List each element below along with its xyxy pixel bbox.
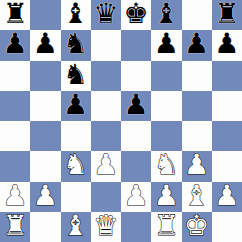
square-e2[interactable]: ♟ [121,182,151,212]
square-c1[interactable]: ♝ [61,212,91,242]
black-knight-c6[interactable]: ♞ [63,61,88,89]
square-d2[interactable] [91,182,121,212]
white-pawn-d3[interactable]: ♟ [93,151,118,179]
square-e4[interactable] [121,121,151,151]
square-h2[interactable]: ♟ [212,182,242,212]
square-b5[interactable] [30,91,60,121]
white-knight-c3[interactable]: ♞ [63,151,88,179]
square-a8[interactable]: ♜ [0,0,30,30]
square-c8[interactable]: ♝ [61,0,91,30]
square-g1[interactable]: ♚ [182,212,212,242]
white-bishop-c1[interactable]: ♝ [63,212,88,240]
square-b3[interactable] [30,151,60,181]
square-b8[interactable] [30,0,60,30]
square-a7[interactable]: ♟ [0,30,30,60]
white-knight-f3[interactable]: ♞ [154,151,179,179]
black-pawn-c5[interactable]: ♟ [63,91,88,119]
square-d4[interactable] [91,121,121,151]
black-queen-d8[interactable]: ♛ [93,0,118,28]
black-king-e8[interactable]: ♚ [124,0,149,28]
black-pawn-f7[interactable]: ♟ [154,30,179,58]
square-f7[interactable]: ♟ [151,30,181,60]
square-g4[interactable] [182,121,212,151]
square-f5[interactable] [151,91,181,121]
square-g5[interactable] [182,91,212,121]
square-a1[interactable]: ♜ [0,212,30,242]
white-queen-d1[interactable]: ♛ [93,212,118,240]
square-e8[interactable]: ♚ [121,0,151,30]
square-f1[interactable]: ♜ [151,212,181,242]
square-b6[interactable] [30,61,60,91]
square-f8[interactable]: ♝ [151,0,181,30]
square-g2[interactable]: ♝ [182,182,212,212]
square-f4[interactable] [151,121,181,151]
black-rook-a8[interactable]: ♜ [3,0,28,28]
white-pawn-g3[interactable]: ♟ [184,151,209,179]
square-b4[interactable] [30,121,60,151]
white-pawn-f2[interactable]: ♟ [154,182,179,210]
white-pawn-b2[interactable]: ♟ [33,182,58,210]
square-f2[interactable]: ♟ [151,182,181,212]
black-pawn-h7[interactable]: ♟ [214,30,239,58]
square-d5[interactable] [91,91,121,121]
black-pawn-b7[interactable]: ♟ [33,30,58,58]
square-a5[interactable] [0,91,30,121]
black-pawn-g7[interactable]: ♟ [184,30,209,58]
square-h1[interactable] [212,212,242,242]
square-h6[interactable] [212,61,242,91]
black-pawn-a7[interactable]: ♟ [3,30,28,58]
white-rook-a1[interactable]: ♜ [3,212,28,240]
square-e6[interactable] [121,61,151,91]
white-pawn-a2[interactable]: ♟ [3,182,28,210]
square-d7[interactable] [91,30,121,60]
chess-board: ♜♝♛♚♝♜♟♟♞♟♟♟♞♟♟♞♟♞♟♟♟♟♟♝♟♜♝♛♜♚ [0,0,242,242]
black-bishop-f8[interactable]: ♝ [154,0,179,28]
square-b7[interactable]: ♟ [30,30,60,60]
white-pawn-h2[interactable]: ♟ [214,182,239,210]
black-rook-h8[interactable]: ♜ [214,0,239,28]
white-rook-f1[interactable]: ♜ [154,212,179,240]
black-knight-c7[interactable]: ♞ [63,30,88,58]
square-h3[interactable] [212,151,242,181]
square-f6[interactable] [151,61,181,91]
square-h8[interactable]: ♜ [212,0,242,30]
square-a3[interactable] [0,151,30,181]
square-g3[interactable]: ♟ [182,151,212,181]
square-g8[interactable] [182,0,212,30]
square-d1[interactable]: ♛ [91,212,121,242]
square-c2[interactable] [61,182,91,212]
square-c4[interactable] [61,121,91,151]
white-bishop-g2[interactable]: ♝ [184,182,209,210]
square-a6[interactable] [0,61,30,91]
square-g7[interactable]: ♟ [182,30,212,60]
square-d3[interactable]: ♟ [91,151,121,181]
white-king-g1[interactable]: ♚ [184,212,209,240]
square-h7[interactable]: ♟ [212,30,242,60]
square-a4[interactable] [0,121,30,151]
black-bishop-c8[interactable]: ♝ [63,0,88,28]
square-c7[interactable]: ♞ [61,30,91,60]
white-pawn-e2[interactable]: ♟ [124,182,149,210]
square-d6[interactable] [91,61,121,91]
square-c6[interactable]: ♞ [61,61,91,91]
square-b2[interactable]: ♟ [30,182,60,212]
black-pawn-e5[interactable]: ♟ [124,91,149,119]
square-d8[interactable]: ♛ [91,0,121,30]
square-g6[interactable] [182,61,212,91]
square-b1[interactable] [30,212,60,242]
square-e3[interactable] [121,151,151,181]
square-f3[interactable]: ♞ [151,151,181,181]
square-h4[interactable] [212,121,242,151]
square-e5[interactable]: ♟ [121,91,151,121]
square-c3[interactable]: ♞ [61,151,91,181]
square-h5[interactable] [212,91,242,121]
square-c5[interactable]: ♟ [61,91,91,121]
square-e1[interactable] [121,212,151,242]
square-e7[interactable] [121,30,151,60]
square-a2[interactable]: ♟ [0,182,30,212]
